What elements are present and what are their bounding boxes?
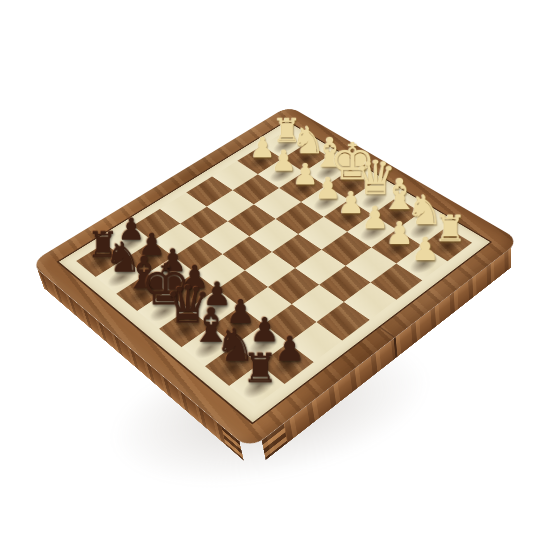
square-d4[interactable] <box>272 234 322 268</box>
fold-seam <box>394 337 398 358</box>
piece-white-pawn[interactable]: ♟ <box>394 234 456 264</box>
photo-canvas: ♜♟♟♜♞♟♟♞♝♟♟♝♚♟♟♚♛♟♟♛♝♟♟♝♞♟♟♞♜♟♟♜ <box>0 0 540 540</box>
fold-hinge-mark <box>378 326 395 338</box>
piece-black-rook[interactable]: ♜ <box>226 349 294 387</box>
scene-3d: ♜♟♟♜♞♟♟♞♝♟♟♝♚♟♟♚♛♟♟♛♝♟♟♝♞♟♟♞♜♟♟♜ <box>0 0 540 540</box>
chess-board: ♜♟♟♜♞♟♟♞♝♟♟♝♚♟♟♚♛♟♟♛♝♟♟♝♞♟♟♞♜♟♟♜ <box>30 106 520 450</box>
board-base-top: ♜♟♟♜♞♟♟♞♝♟♟♝♚♟♟♚♛♟♟♛♝♟♟♝♞♟♟♞♜♟♟♜ <box>30 106 520 450</box>
